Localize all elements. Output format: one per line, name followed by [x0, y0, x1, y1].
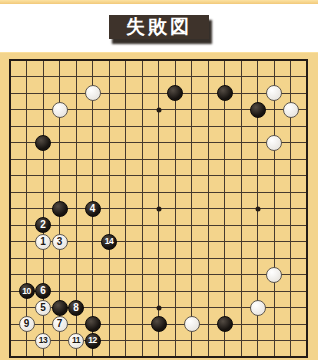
go-diagram-page: 失敗図 1234567891011121314: [0, 0, 318, 360]
stone-black-kc: [167, 85, 183, 101]
stone-black-fq: [85, 316, 101, 332]
move-number-label: 2: [40, 220, 46, 230]
move-2-stone: 2: [35, 217, 51, 233]
move-number-label: 6: [40, 286, 46, 296]
move-7-stone: 7: [52, 316, 68, 332]
move-8-stone: 8: [68, 300, 84, 316]
diagram-title: 失敗図: [126, 14, 192, 40]
stone-white-lq: [184, 316, 200, 332]
move-14-stone: 14: [101, 234, 117, 250]
move-number-label: 8: [73, 303, 79, 313]
stone-white-qc: [266, 85, 282, 101]
move-6-stone: 6: [35, 283, 51, 299]
stone-black-dj: [52, 201, 68, 217]
stone-white-qn: [266, 267, 282, 283]
stone-white-dd: [52, 102, 68, 118]
move-number-label: 4: [90, 204, 96, 214]
stone-black-dp: [52, 300, 68, 316]
move-number-label: 13: [39, 336, 47, 345]
move-number-label: 11: [72, 336, 80, 345]
stone-black-pd: [250, 102, 266, 118]
stone-white-qf: [266, 135, 282, 151]
title-band: 失敗図: [0, 4, 318, 52]
move-1-stone: 1: [35, 234, 51, 250]
star-point: [156, 305, 161, 310]
move-number-label: 5: [40, 303, 46, 313]
move-number-label: 9: [24, 319, 30, 329]
move-3-stone: 3: [52, 234, 68, 250]
move-number-label: 7: [57, 319, 63, 329]
diagram-title-box: 失敗図: [109, 15, 209, 39]
star-point: [255, 206, 260, 211]
move-5-stone: 5: [35, 300, 51, 316]
star-point: [156, 107, 161, 112]
move-number-label: 10: [22, 287, 30, 296]
move-13-stone: 13: [35, 333, 51, 349]
move-12-stone: 12: [85, 333, 101, 349]
move-number-label: 12: [88, 336, 96, 345]
stone-white-rd: [283, 102, 299, 118]
move-number-label: 1: [40, 237, 46, 247]
move-11-stone: 11: [68, 333, 84, 349]
move-9-stone: 9: [19, 316, 35, 332]
move-number-label: 14: [105, 237, 113, 246]
stone-black-jq: [151, 316, 167, 332]
move-4-stone: 4: [85, 201, 101, 217]
go-board: 1234567891011121314: [0, 52, 318, 360]
star-point: [156, 206, 161, 211]
stone-white-pp: [250, 300, 266, 316]
stone-black-nc: [217, 85, 233, 101]
move-number-label: 3: [57, 237, 63, 247]
move-10-stone: 10: [19, 283, 35, 299]
stone-black-cf: [35, 135, 51, 151]
stone-black-nq: [217, 316, 233, 332]
stone-white-fc: [85, 85, 101, 101]
